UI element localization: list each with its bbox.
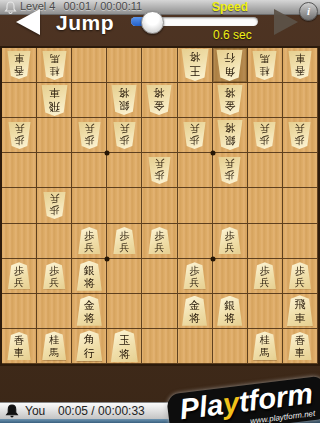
- board-cell[interactable]: 角行: [72, 329, 107, 364]
- piece-kanji: 歩: [190, 265, 200, 277]
- shogi-piece-gote[interactable]: 銀将: [111, 85, 137, 115]
- board-cell[interactable]: [142, 48, 177, 83]
- shogi-piece-sente[interactable]: 香車: [7, 332, 31, 360]
- piece-kanji: 兵: [190, 123, 200, 135]
- board-cell[interactable]: 銀将: [107, 83, 142, 118]
- board-cell[interactable]: [107, 259, 142, 294]
- next-move-button[interactable]: [274, 9, 298, 35]
- piece-kanji: 馬: [260, 52, 270, 65]
- shogi-piece-sente[interactable]: 歩兵: [113, 227, 136, 254]
- board-cell[interactable]: 歩兵: [37, 188, 72, 223]
- board-cell[interactable]: 金将: [213, 83, 248, 118]
- board-cell[interactable]: [72, 153, 107, 188]
- board-cell[interactable]: 角行: [213, 48, 248, 83]
- board-cell[interactable]: 香車: [283, 48, 318, 83]
- piece-kanji: 桂: [260, 334, 270, 347]
- piece-kanji: 歩: [49, 265, 59, 277]
- shogi-piece-gote[interactable]: 歩兵: [78, 122, 101, 149]
- piece-kanji: 歩: [84, 134, 94, 146]
- board-cell[interactable]: 歩兵: [2, 259, 37, 294]
- shogi-piece-sente[interactable]: 飛車: [286, 295, 313, 326]
- board-cell[interactable]: 歩兵: [213, 224, 248, 259]
- board-cell[interactable]: 歩兵: [178, 259, 213, 294]
- shogi-piece-sente[interactable]: 歩兵: [78, 227, 101, 254]
- board-cell[interactable]: [283, 83, 318, 118]
- board-cell[interactable]: [37, 294, 72, 329]
- speed-value: 0.6 sec: [213, 28, 252, 42]
- piece-kanji: 桂: [260, 64, 270, 77]
- piece-kanji: 兵: [14, 123, 24, 135]
- piece-kanji: 香: [295, 64, 305, 76]
- shogi-piece-gote[interactable]: 歩兵: [288, 122, 311, 149]
- piece-kanji: 兵: [260, 123, 270, 135]
- piece-kanji: 香: [295, 335, 305, 347]
- piece-kanji: 兵: [225, 242, 235, 254]
- piece-kanji: 将: [224, 121, 235, 134]
- piece-kanji: 兵: [119, 242, 129, 254]
- shogi-piece-sente[interactable]: 歩兵: [183, 262, 206, 289]
- piece-kanji: 兵: [260, 277, 270, 289]
- shogi-piece-sente[interactable]: 玉将: [110, 330, 138, 362]
- shogi-piece-gote[interactable]: 歩兵: [218, 157, 241, 184]
- board-cell[interactable]: 歩兵: [213, 153, 248, 188]
- board-cell[interactable]: 歩兵: [72, 118, 107, 153]
- piece-kanji: 金: [84, 299, 95, 312]
- board-cell[interactable]: 歩兵: [72, 224, 107, 259]
- board-cell[interactable]: 金将: [142, 83, 177, 118]
- info-button[interactable]: i: [299, 2, 318, 21]
- piece-kanji: 歩: [119, 230, 129, 242]
- board-cell[interactable]: [37, 118, 72, 153]
- piece-kanji: 馬: [260, 347, 270, 360]
- piece-kanji: 将: [119, 86, 130, 99]
- speed-slider-knob[interactable]: [141, 11, 164, 34]
- shogi-piece-sente[interactable]: 歩兵: [218, 227, 241, 254]
- header: Level 400:01 / 00:00:11 Speed Jump 0.6 s…: [0, 0, 320, 46]
- shogi-piece-sente[interactable]: 銀将: [217, 296, 243, 326]
- piece-kanji: 将: [189, 50, 200, 64]
- piece-kanji: 兵: [84, 242, 94, 254]
- shogi-piece-gote[interactable]: 銀将: [217, 120, 243, 150]
- piece-kanji: 角: [224, 64, 235, 78]
- piece-kanji: 歩: [119, 134, 129, 146]
- shogi-piece-sente[interactable]: 金将: [182, 296, 208, 326]
- shogi-piece-gote[interactable]: 歩兵: [43, 192, 66, 219]
- shogi-piece-gote[interactable]: 金将: [146, 85, 172, 115]
- board-cell[interactable]: [72, 48, 107, 83]
- piece-kanji: 金: [154, 99, 165, 112]
- board-cell[interactable]: 桂馬: [37, 329, 72, 364]
- piece-kanji: 将: [119, 347, 130, 361]
- board-cell[interactable]: 王将: [178, 48, 213, 83]
- board-cell[interactable]: [37, 153, 72, 188]
- board-cell[interactable]: [283, 188, 318, 223]
- board-cell[interactable]: [213, 259, 248, 294]
- board-cell[interactable]: [248, 83, 283, 118]
- shogi-piece-gote[interactable]: 金将: [217, 85, 243, 115]
- board-cell[interactable]: 歩兵: [2, 118, 37, 153]
- piece-kanji: 歩: [260, 134, 270, 146]
- board-cell[interactable]: [2, 188, 37, 223]
- board-cell[interactable]: 歩兵: [107, 118, 142, 153]
- piece-kanji: 歩: [260, 265, 270, 277]
- board-cell[interactable]: 歩兵: [178, 118, 213, 153]
- jump-button[interactable]: Jump: [56, 11, 114, 35]
- piece-kanji: 銀: [119, 99, 130, 112]
- star-point: [210, 151, 215, 156]
- piece-kanji: 兵: [225, 158, 235, 170]
- piece-kanji: 歩: [225, 169, 235, 181]
- piece-kanji: 車: [295, 347, 305, 359]
- piece-kanji: 兵: [154, 242, 164, 254]
- piece-kanji: 歩: [14, 134, 24, 146]
- board-cell[interactable]: [213, 329, 248, 364]
- board-cell[interactable]: 金将: [178, 294, 213, 329]
- piece-kanji: 飛: [294, 298, 305, 312]
- board-cell[interactable]: 歩兵: [142, 224, 177, 259]
- shogi-board: 香車桂馬王将角行桂馬香車飛車銀将金将金将歩兵歩兵歩兵歩兵銀将歩兵歩兵歩兵歩兵歩兵…: [0, 46, 320, 366]
- board-cell[interactable]: [2, 153, 37, 188]
- piece-kanji: 銀: [224, 134, 235, 147]
- shogi-piece-sente[interactable]: 金将: [76, 296, 102, 326]
- board-cell[interactable]: [248, 224, 283, 259]
- board-cell[interactable]: 香車: [2, 48, 37, 83]
- shogi-piece-sente[interactable]: 角行: [76, 330, 103, 361]
- piece-kanji: 歩: [295, 134, 305, 146]
- shogi-piece-gote[interactable]: 歩兵: [253, 122, 276, 149]
- piece-kanji: 歩: [14, 265, 24, 277]
- board-cell[interactable]: [142, 118, 177, 153]
- piece-kanji: 兵: [190, 277, 200, 289]
- player-time: 00:05 / 00:00:33: [58, 404, 145, 418]
- piece-kanji: 角: [84, 333, 95, 347]
- board-cell[interactable]: [213, 188, 248, 223]
- shogi-piece-gote[interactable]: 香車: [288, 51, 312, 79]
- board-cell[interactable]: [248, 188, 283, 223]
- board-cell[interactable]: [142, 294, 177, 329]
- player-label: You: [25, 404, 45, 418]
- board-cell[interactable]: [178, 329, 213, 364]
- piece-kanji: 兵: [295, 277, 305, 289]
- board-cell[interactable]: [248, 294, 283, 329]
- piece-kanji: 兵: [14, 277, 24, 289]
- board-cell[interactable]: [107, 153, 142, 188]
- shogi-piece-sente[interactable]: 歩兵: [148, 227, 171, 254]
- bell-icon: [5, 404, 19, 418]
- board-cell[interactable]: 玉将: [107, 329, 142, 364]
- board-cell[interactable]: [178, 224, 213, 259]
- piece-kanji: 金: [224, 99, 235, 112]
- shogi-piece-gote[interactable]: 歩兵: [8, 122, 31, 149]
- shogi-piece-gote[interactable]: 桂馬: [252, 51, 277, 80]
- piece-kanji: 銀: [84, 264, 95, 277]
- piece-kanji: 馬: [49, 52, 59, 65]
- piece-kanji: 香: [14, 335, 24, 347]
- piece-kanji: 桂: [49, 64, 59, 77]
- piece-kanji: 歩: [49, 204, 59, 216]
- board-cell[interactable]: 桂馬: [248, 329, 283, 364]
- speed-label: Speed: [212, 0, 248, 14]
- shogi-piece-sente[interactable]: 香車: [288, 332, 312, 360]
- shogi-piece-gote[interactable]: 歩兵: [113, 122, 136, 149]
- piece-kanji: 将: [154, 86, 165, 99]
- star-point: [105, 151, 110, 156]
- piece-kanji: 将: [84, 277, 95, 290]
- piece-kanji: 兵: [295, 123, 305, 135]
- board-cell[interactable]: [142, 329, 177, 364]
- piece-kanji: 桂: [49, 334, 59, 347]
- piece-kanji: 車: [294, 312, 305, 326]
- shogi-piece-gote[interactable]: 香車: [7, 51, 31, 79]
- board-cell[interactable]: [178, 83, 213, 118]
- board-cell[interactable]: 飛車: [283, 294, 318, 329]
- piece-kanji: 歩: [225, 230, 235, 242]
- piece-kanji: 玉: [119, 333, 130, 347]
- board-cell[interactable]: [72, 83, 107, 118]
- board-cell[interactable]: 歩兵: [283, 259, 318, 294]
- board-cell[interactable]: 金将: [72, 294, 107, 329]
- board-cell[interactable]: 歩兵: [37, 259, 72, 294]
- board-cell[interactable]: 歩兵: [107, 224, 142, 259]
- piece-kanji: 車: [14, 347, 24, 359]
- piece-kanji: 歩: [295, 265, 305, 277]
- board-cell[interactable]: [107, 48, 142, 83]
- board-cell[interactable]: [178, 188, 213, 223]
- shogi-piece-sente[interactable]: 歩兵: [288, 262, 311, 289]
- board-cell[interactable]: 歩兵: [248, 259, 283, 294]
- board-cell[interactable]: [142, 259, 177, 294]
- board-cell[interactable]: [178, 153, 213, 188]
- board-cell[interactable]: 香車: [2, 329, 37, 364]
- piece-kanji: 車: [295, 52, 305, 64]
- board-cell[interactable]: 歩兵: [142, 153, 177, 188]
- piece-kanji: 将: [189, 312, 200, 325]
- shogi-piece-sente[interactable]: 銀将: [76, 261, 102, 291]
- board-cell[interactable]: [2, 224, 37, 259]
- shogi-piece-gote[interactable]: 歩兵: [148, 157, 171, 184]
- piece-kanji: 将: [224, 86, 235, 99]
- previous-move-button[interactable]: [16, 9, 40, 35]
- board-cell[interactable]: [283, 224, 318, 259]
- piece-kanji: 将: [84, 312, 95, 325]
- board-cell[interactable]: 銀将: [213, 294, 248, 329]
- board-cell[interactable]: 歩兵: [248, 118, 283, 153]
- piece-kanji: 香: [14, 64, 24, 76]
- piece-kanji: 歩: [84, 230, 94, 242]
- board-cell[interactable]: 桂馬: [248, 48, 283, 83]
- piece-kanji: 金: [189, 299, 200, 312]
- shogi-piece-sente[interactable]: 歩兵: [43, 262, 66, 289]
- board-cell[interactable]: [248, 153, 283, 188]
- piece-kanji: 飛: [49, 99, 60, 113]
- piece-kanji: 歩: [154, 230, 164, 242]
- piece-kanji: 兵: [49, 277, 59, 289]
- board-cell[interactable]: [142, 188, 177, 223]
- piece-kanji: 車: [49, 86, 60, 100]
- shogi-piece-sente[interactable]: 歩兵: [253, 262, 276, 289]
- piece-kanji: 王: [189, 64, 200, 78]
- star-point: [210, 256, 215, 261]
- board-cell[interactable]: 銀将: [213, 118, 248, 153]
- board-cell[interactable]: 歩兵: [283, 118, 318, 153]
- piece-kanji: 行: [224, 51, 235, 65]
- shogi-piece-sente[interactable]: 桂馬: [42, 331, 67, 360]
- board-cell[interactable]: 銀将: [72, 259, 107, 294]
- board-cell[interactable]: 飛車: [37, 83, 72, 118]
- shogi-piece-gote[interactable]: 王将: [181, 49, 209, 81]
- piece-kanji: 兵: [49, 193, 59, 205]
- piece-kanji: 兵: [154, 158, 164, 170]
- shogi-piece-gote[interactable]: 歩兵: [183, 122, 206, 149]
- board-cell[interactable]: [2, 83, 37, 118]
- board-cell[interactable]: [72, 188, 107, 223]
- piece-kanji: 兵: [84, 123, 94, 135]
- piece-kanji: 兵: [119, 123, 129, 135]
- piece-kanji: 将: [224, 312, 235, 325]
- piece-kanji: 歩: [190, 134, 200, 146]
- board-cell[interactable]: 香車: [283, 329, 318, 364]
- piece-kanji: 馬: [49, 347, 59, 360]
- board-cell[interactable]: [2, 294, 37, 329]
- star-point: [105, 256, 110, 261]
- board-cell[interactable]: [283, 153, 318, 188]
- shogi-piece-sente[interactable]: 桂馬: [252, 331, 277, 360]
- piece-kanji: 車: [14, 52, 24, 64]
- piece-kanji: 歩: [154, 169, 164, 181]
- piece-kanji: 銀: [224, 299, 235, 312]
- brand-pla: Pla: [178, 388, 225, 423]
- board-cell[interactable]: 桂馬: [37, 48, 72, 83]
- shogi-piece-gote[interactable]: 角行: [216, 50, 243, 81]
- shogi-piece-gote[interactable]: 飛車: [41, 85, 68, 116]
- shogi-piece-sente[interactable]: 歩兵: [8, 262, 31, 289]
- board-cell[interactable]: [107, 188, 142, 223]
- piece-kanji: 行: [84, 347, 95, 361]
- board-cell[interactable]: [37, 224, 72, 259]
- board-cell[interactable]: [107, 294, 142, 329]
- shogi-piece-gote[interactable]: 桂馬: [42, 51, 67, 80]
